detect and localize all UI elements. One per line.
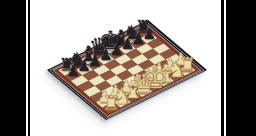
pieces-layer: ♜♞♟♝♟♚♟♛♟♝♟♞♟♟♜♟♟♜♟♟♞♟♝♟♚♟♛♟♝♟♞♜ [0,0,256,136]
piece-black-pawn-a7[interactable]: ♟ [66,64,79,79]
piece-white-rook-a1[interactable]: ♜ [102,92,120,112]
chess-set-photo[interactable]: ♜♞♟♝♟♚♟♛♟♝♟♞♟♟♜♟♟♜♟♟♞♟♝♟♚♟♛♟♝♟♞♜ [0,0,256,136]
